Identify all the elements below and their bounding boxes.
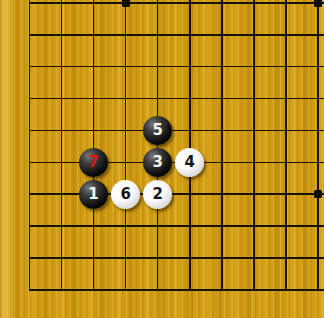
- stone-black-7: 7: [79, 148, 108, 177]
- star-point: [314, 0, 322, 7]
- move-number: 7: [88, 155, 98, 170]
- grid-line-vertical: [29, 0, 31, 291]
- grid-line-horizontal: [29, 98, 324, 100]
- grid-line-vertical: [157, 0, 159, 291]
- stone-black-5: 5: [143, 116, 172, 145]
- stone-black-1: 1: [79, 180, 108, 209]
- grid-line-horizontal: [29, 34, 324, 36]
- grid-line-vertical: [285, 0, 287, 291]
- grid-line-horizontal: [29, 66, 324, 68]
- grid-line-vertical: [61, 0, 63, 291]
- star-point: [314, 190, 322, 198]
- grid-line-horizontal: [29, 2, 324, 4]
- grid-line-horizontal: [29, 257, 324, 259]
- stone-white-6: 6: [111, 180, 140, 209]
- go-board[interactable]: 1234567: [0, 0, 324, 318]
- move-number: 6: [120, 187, 130, 202]
- move-number: 2: [152, 187, 162, 202]
- grid-line-horizontal: [29, 193, 324, 195]
- move-number: 3: [152, 155, 162, 170]
- grid-line-vertical: [93, 0, 95, 291]
- grid-line-horizontal: [29, 289, 324, 291]
- star-point: [122, 0, 130, 7]
- grid-line-vertical: [253, 0, 255, 291]
- grid-line-horizontal: [29, 130, 324, 132]
- move-number: 5: [152, 123, 162, 138]
- move-number: 1: [88, 187, 98, 202]
- grid-line-vertical: [189, 0, 191, 291]
- grid-line-horizontal: [29, 225, 324, 227]
- stone-white-2: 2: [143, 180, 172, 209]
- grid-line-vertical: [221, 0, 223, 291]
- move-number: 4: [185, 155, 195, 170]
- stone-white-4: 4: [175, 148, 204, 177]
- grid-line-vertical: [125, 0, 127, 291]
- grid-line-vertical: [317, 0, 319, 291]
- stone-black-3: 3: [143, 148, 172, 177]
